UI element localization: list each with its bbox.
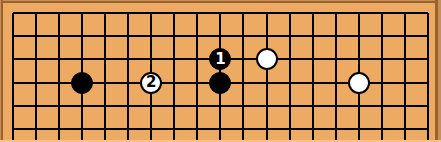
board-intersection [255,94,278,117]
board-intersection [232,71,255,94]
white-stone: 2 [140,72,162,94]
board-intersection [94,1,117,24]
board-intersection [324,25,347,48]
board-intersection [2,48,25,71]
board-intersection [71,1,94,24]
board-intersection [209,117,232,140]
board-intersection [48,71,71,94]
board-intersection [370,117,393,140]
board-intersection [117,94,140,117]
move-number-label: 1 [215,52,225,67]
board-intersection [186,94,209,117]
board-intersection [347,48,370,71]
board-intersection [324,94,347,117]
board-intersection [48,1,71,24]
board-intersection [347,94,370,117]
board-intersection [94,71,117,94]
board-intersection [255,25,278,48]
board-intersection [25,48,48,71]
board-intersection [186,71,209,94]
board-intersection [232,117,255,140]
board-intersection [48,94,71,117]
board-intersection [393,48,416,71]
board-intersection [347,71,370,94]
board-intersection [347,1,370,24]
board-intersection [2,25,25,48]
board-intersection [370,94,393,117]
board-intersection [301,25,324,48]
board-intersection [232,94,255,117]
board-intersection: 1 [209,48,232,71]
board-intersection [163,1,186,24]
board-intersection [232,25,255,48]
board-intersection [209,94,232,117]
board-intersection [370,25,393,48]
goban-grid: 12 [2,1,440,140]
board-intersection [117,71,140,94]
white-stone [256,48,278,70]
board-intersection [25,1,48,24]
board-intersection [71,94,94,117]
board-intersection [370,71,393,94]
board-intersection [255,48,278,71]
board-intersection [393,71,416,94]
board-intersection [370,48,393,71]
board-intersection [71,117,94,140]
board-intersection [209,25,232,48]
board-intersection [163,71,186,94]
board-intersection [163,117,186,140]
board-intersection [324,71,347,94]
board-intersection [25,71,48,94]
board-intersection: 2 [140,71,163,94]
board-intersection [186,25,209,48]
board-intersection [278,25,301,48]
board-intersection [94,25,117,48]
board-frame-left [0,0,3,142]
board-intersection [117,1,140,24]
board-intersection [278,1,301,24]
board-intersection [278,94,301,117]
board-intersection [301,117,324,140]
board-intersection [255,117,278,140]
board-intersection [48,48,71,71]
board-intersection [48,117,71,140]
board-intersection [324,48,347,71]
board-intersection [301,71,324,94]
board-intersection [94,94,117,117]
board-intersection [140,117,163,140]
board-intersection [186,48,209,71]
board-intersection [232,48,255,71]
board-intersection [140,94,163,117]
board-intersection [324,1,347,24]
board-intersection [393,117,416,140]
board-intersection [370,1,393,24]
board-crop-edge [0,140,441,142]
board-intersection [347,25,370,48]
white-stone [348,72,370,94]
board-intersection [163,94,186,117]
board-intersection [94,48,117,71]
board-intersection [255,71,278,94]
board-intersection [117,25,140,48]
board-intersection [393,94,416,117]
board-intersection [278,48,301,71]
board-intersection [301,48,324,71]
board-intersection [232,1,255,24]
board-intersection [278,117,301,140]
board-intersection [163,25,186,48]
board-intersection [140,1,163,24]
go-board-diagram: 12 [0,0,441,142]
black-stone: 1 [209,48,231,70]
board-intersection [347,117,370,140]
board-intersection [301,94,324,117]
board-intersection [324,117,347,140]
board-intersection [209,71,232,94]
move-number-label: 2 [146,75,156,90]
board-intersection [117,48,140,71]
board-intersection [94,117,117,140]
board-intersection [163,48,186,71]
board-intersection [278,71,301,94]
board-intersection [71,48,94,71]
board-intersection [2,71,25,94]
board-frame-top [0,0,441,3]
board-intersection [48,25,71,48]
board-intersection [25,117,48,140]
board-intersection [2,94,25,117]
board-intersection [255,1,278,24]
board-intersection [393,1,416,24]
board-intersection [117,117,140,140]
board-intersection [186,1,209,24]
board-intersection [186,117,209,140]
board-intersection [71,25,94,48]
board-intersection [71,71,94,94]
board-intersection [140,48,163,71]
board-intersection [25,94,48,117]
black-stone [71,72,93,94]
board-intersection [25,25,48,48]
board-intersection [2,1,25,24]
board-intersection [209,1,232,24]
board-frame-right [435,0,441,142]
board-intersection [393,25,416,48]
board-intersection [2,117,25,140]
black-stone [209,72,231,94]
board-intersection [301,1,324,24]
board-intersection [140,25,163,48]
